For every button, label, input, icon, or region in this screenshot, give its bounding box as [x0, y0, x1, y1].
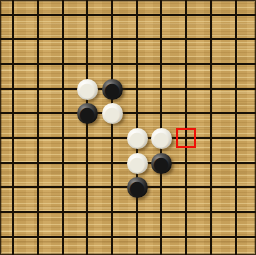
grid-line-horizontal — [0, 38, 256, 40]
white-stone: ● — [102, 103, 123, 124]
grid-line-horizontal — [0, 236, 256, 238]
grid-line-horizontal — [0, 88, 256, 90]
grid-line-horizontal — [0, 14, 256, 16]
black-stone: ● — [127, 177, 148, 198]
white-stone: ● — [127, 128, 148, 149]
white-stone: ● — [151, 128, 172, 149]
white-stone: ● — [127, 153, 148, 174]
go-board[interactable]: ●●●●●●●●● — [0, 0, 256, 255]
black-stone: ● — [77, 103, 98, 124]
grid-line-horizontal — [0, 63, 256, 65]
black-stone: ● — [102, 79, 123, 100]
grid-line-horizontal — [0, 112, 256, 114]
move-marker-square — [176, 128, 196, 148]
grid-line-horizontal — [0, 211, 256, 213]
black-stone: ● — [151, 153, 172, 174]
white-stone: ● — [77, 79, 98, 100]
